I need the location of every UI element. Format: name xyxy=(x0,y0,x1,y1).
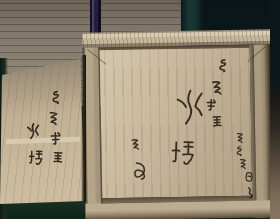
lid-rim-bottom xyxy=(85,200,273,219)
small-box-front xyxy=(0,55,86,205)
photo-tomobako-boxes xyxy=(0,0,280,219)
right-shadow-strip xyxy=(270,0,280,219)
box-gap-shadow xyxy=(81,55,86,202)
lid-inner-panel xyxy=(100,48,253,199)
box-lid xyxy=(82,29,273,219)
purple-cord xyxy=(90,0,101,35)
